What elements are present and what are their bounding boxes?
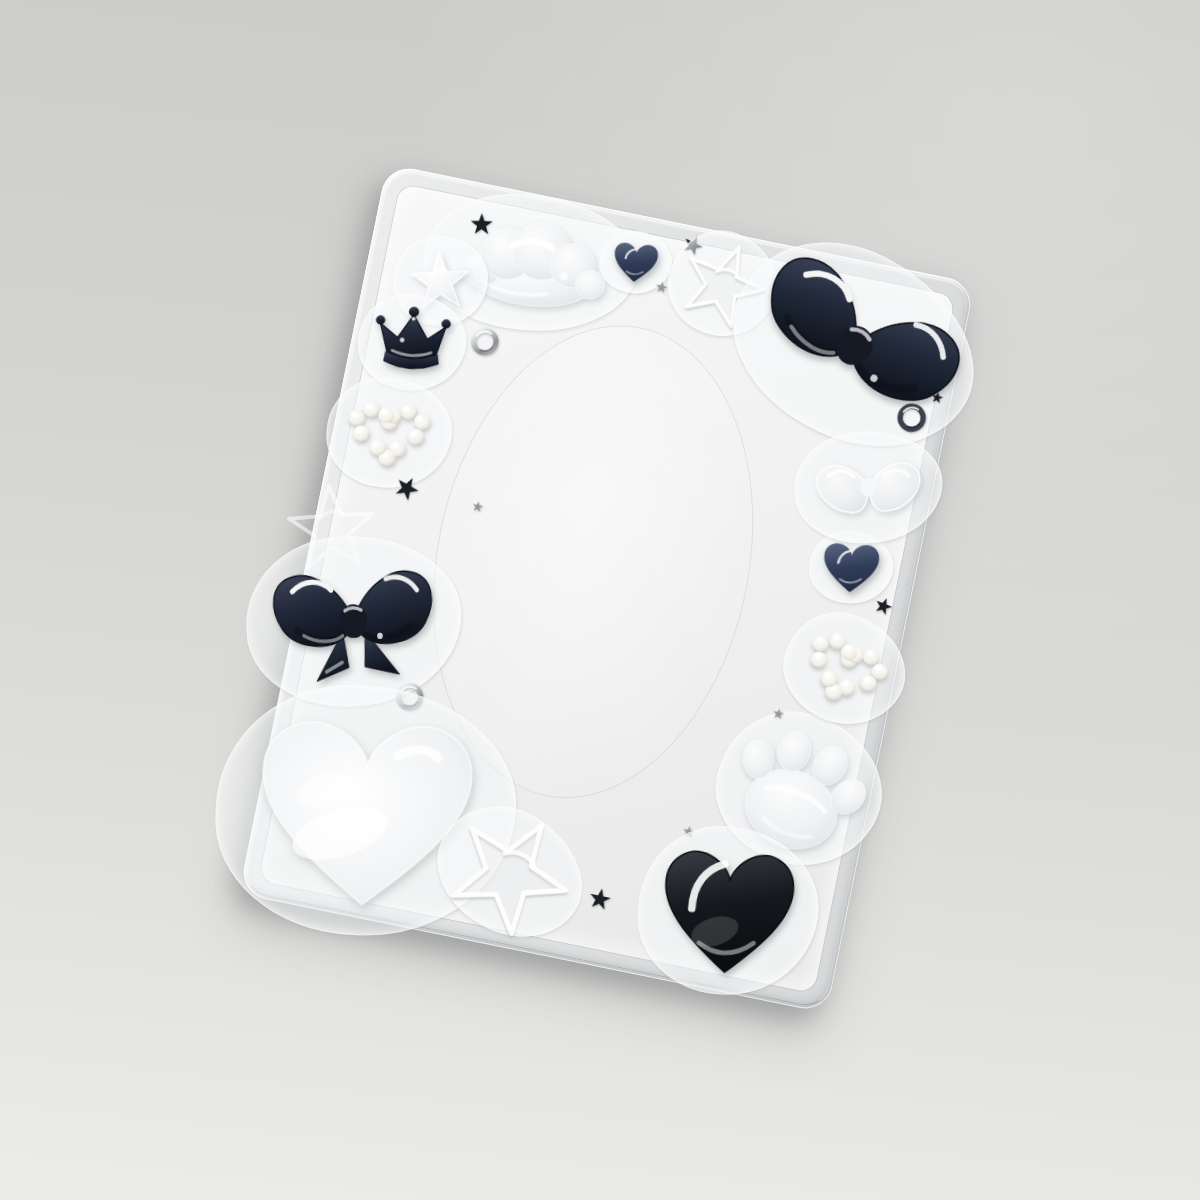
black-bow-charm-small xyxy=(261,546,445,696)
pearl-heart-charm-left xyxy=(335,383,442,481)
black-heart-charm xyxy=(648,835,808,986)
gunmetal-ring-charm xyxy=(891,397,932,438)
silver-star-confetti xyxy=(471,500,485,514)
navy-heart-charm-right xyxy=(816,536,885,598)
silver-star-confetti xyxy=(771,707,785,721)
silver-ring-charm xyxy=(465,322,505,362)
black-star-confetti xyxy=(929,389,944,404)
charm-layer xyxy=(387,164,975,284)
black-star-confetti xyxy=(586,885,614,913)
photo-background xyxy=(0,0,1200,1200)
white-bow-charm xyxy=(803,437,933,536)
black-star-confetti xyxy=(468,211,494,237)
photocard-holder xyxy=(239,164,975,1014)
navy-crown-charm xyxy=(367,301,458,384)
